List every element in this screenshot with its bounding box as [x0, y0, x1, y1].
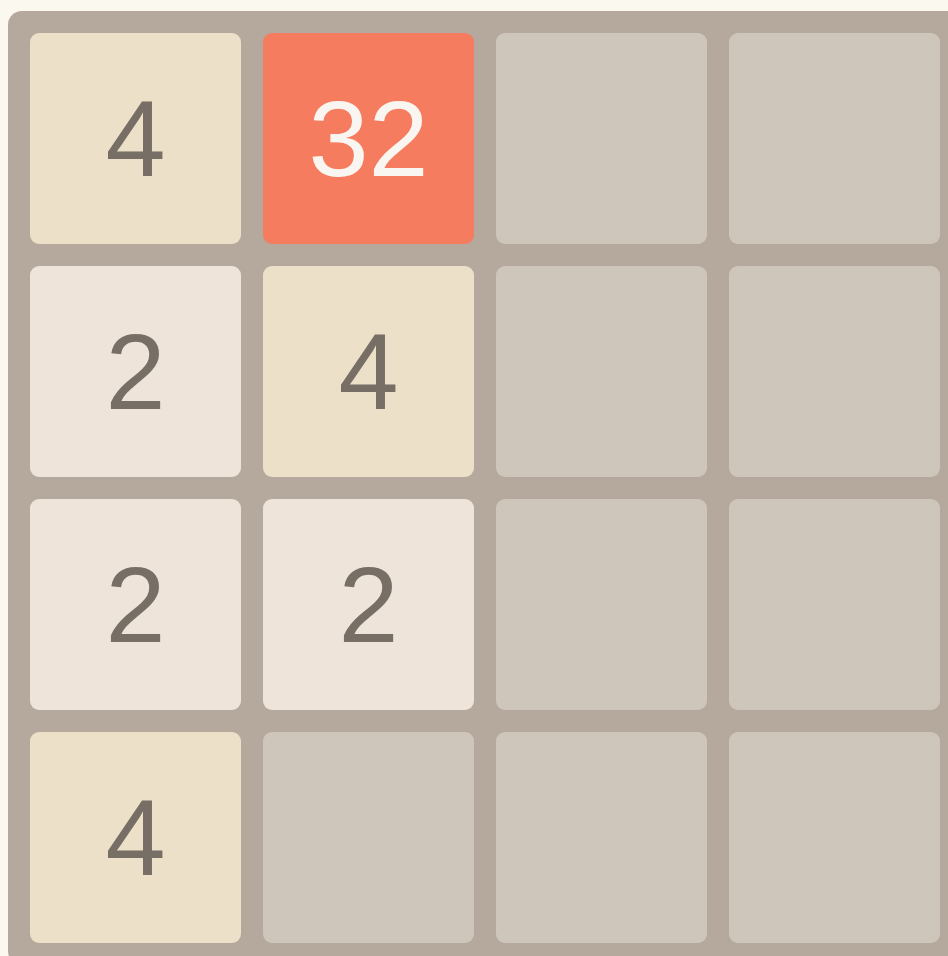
cell-r2c1: 2	[30, 266, 241, 477]
cell-r1c3	[496, 33, 707, 244]
tile-value-label: 2	[105, 551, 165, 659]
cell-r4c3	[496, 732, 707, 943]
cell-r4c1: 4	[30, 732, 241, 943]
tile-value-label: 2	[338, 551, 398, 659]
tile-value-label: 2	[105, 318, 165, 426]
cell-r3c4	[729, 499, 940, 710]
cell-r3c2: 2	[263, 499, 474, 710]
tile-value-label: 4	[105, 85, 165, 193]
cell-r1c1: 4	[30, 33, 241, 244]
cell-r4c4	[729, 732, 940, 943]
tile-value-label: 32	[308, 85, 428, 193]
tile-value-label: 4	[338, 318, 398, 426]
cell-r2c4	[729, 266, 940, 477]
board-2048[interactable]: 43224224	[8, 11, 948, 956]
cell-r3c3	[496, 499, 707, 710]
cell-r1c4	[729, 33, 940, 244]
cell-r4c2	[263, 732, 474, 943]
tile-value-label: 4	[105, 784, 165, 892]
cell-r1c2: 32	[263, 33, 474, 244]
cell-r3c1: 2	[30, 499, 241, 710]
cell-r2c3	[496, 266, 707, 477]
cell-r2c2: 4	[263, 266, 474, 477]
